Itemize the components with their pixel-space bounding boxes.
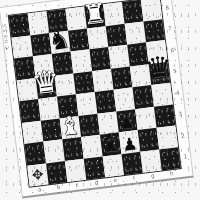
square-f1[interactable] xyxy=(121,151,142,175)
square-c7[interactable]: ♞ xyxy=(49,30,70,54)
square-d1[interactable] xyxy=(84,156,105,180)
square-f7[interactable] xyxy=(106,23,127,47)
square-a2[interactable] xyxy=(24,142,45,166)
piece-white-bishop-c3[interactable]: ♝ xyxy=(57,112,82,140)
file-label-d: d xyxy=(86,178,106,186)
square-g3[interactable] xyxy=(135,106,156,130)
square-c1[interactable] xyxy=(65,158,86,182)
square-c3[interactable]: ♝ xyxy=(60,116,81,140)
rank-label-2: 2 xyxy=(180,124,186,146)
square-g4[interactable] xyxy=(132,85,153,109)
piece-black-pawn-f2[interactable]: ♟ xyxy=(121,135,138,154)
square-e5[interactable] xyxy=(92,68,113,92)
square-b8[interactable] xyxy=(28,11,49,35)
square-a4[interactable] xyxy=(19,99,40,123)
board-brand-text: CHESS xyxy=(1,21,9,49)
square-e4[interactable] xyxy=(95,90,116,114)
rank-label-1: 1 xyxy=(182,146,188,168)
square-f4[interactable] xyxy=(114,87,135,111)
square-e8[interactable]: ♜ xyxy=(84,4,105,28)
square-f2[interactable]: ♟ xyxy=(119,130,140,154)
piece-black-pawn-f3[interactable]: ♟ xyxy=(119,113,136,132)
file-label-e: e xyxy=(105,176,125,184)
rank-label-8: 8 xyxy=(164,0,170,18)
square-a7[interactable] xyxy=(11,35,32,59)
square-b5[interactable]: ♛ xyxy=(35,75,56,99)
rank-label-4: 4 xyxy=(175,82,181,104)
square-g2[interactable] xyxy=(138,128,159,152)
file-label-c: c xyxy=(68,181,88,189)
square-b2[interactable] xyxy=(43,139,64,163)
square-d5[interactable] xyxy=(73,71,94,95)
square-b1[interactable] xyxy=(46,161,67,185)
square-a3[interactable] xyxy=(22,120,43,144)
square-e6[interactable] xyxy=(89,47,110,71)
rank-label-3: 3 xyxy=(177,103,183,125)
file-label-f: f xyxy=(124,174,144,182)
piece-black-bishop-e2[interactable]: ♝ xyxy=(98,129,123,157)
square-e2[interactable]: ♝ xyxy=(100,132,121,156)
piece-black-queen-h5[interactable]: ♛ xyxy=(143,51,174,85)
piece-white-queen-b5[interactable]: ♛ xyxy=(30,65,61,99)
square-f5[interactable] xyxy=(111,66,132,90)
square-h3[interactable] xyxy=(154,104,175,128)
square-h5[interactable]: ♛ xyxy=(149,61,170,85)
square-h1[interactable] xyxy=(159,147,180,171)
square-g7[interactable] xyxy=(125,21,146,45)
square-h7[interactable] xyxy=(143,19,164,43)
file-label-h: h xyxy=(162,169,182,177)
piece-black-knight-c7[interactable]: ♞ xyxy=(47,27,72,55)
square-a1[interactable]: ✥ xyxy=(27,163,48,187)
square-g1[interactable] xyxy=(140,149,161,173)
square-h2[interactable] xyxy=(157,125,178,149)
square-g8[interactable] xyxy=(122,0,143,23)
photo-background: CHESS ♜♞♛♛♝♟♝♟✥ abcdefgh 87654321 xyxy=(0,0,200,200)
file-label-g: g xyxy=(143,171,163,179)
square-h8[interactable] xyxy=(141,0,162,21)
square-f6[interactable] xyxy=(108,45,129,69)
piece-white-rook-e8[interactable]: ♜ xyxy=(81,0,108,28)
square-d6[interactable] xyxy=(71,49,92,73)
file-label-b: b xyxy=(49,183,69,191)
corner-emblem-icon: ✥ xyxy=(31,167,44,182)
square-a8[interactable] xyxy=(9,14,30,38)
rank-label-7: 7 xyxy=(167,18,173,40)
chess-board: CHESS ♜♞♛♛♝♟♝♟✥ abcdefgh 87654321 xyxy=(0,0,194,199)
file-label-a: a xyxy=(30,185,50,193)
board-grid: ♜♞♛♛♝♟♝♟✥ xyxy=(9,0,181,187)
